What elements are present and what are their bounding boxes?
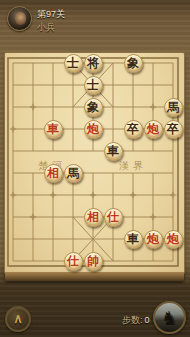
- piece-red-general[interactable]: 帥: [84, 252, 103, 271]
- steps-value: 0: [145, 315, 150, 325]
- steps-label: 步数:: [122, 315, 143, 325]
- chevron-up-icon: ∧: [13, 312, 23, 325]
- piece-black-advisor[interactable]: 士: [64, 54, 83, 73]
- step-counter: 步数:0: [122, 314, 150, 327]
- piece-black-horse[interactable]: 馬: [164, 98, 183, 117]
- piece-red-advisor[interactable]: 仕: [64, 252, 83, 271]
- piece-black-advisor[interactable]: 士: [84, 76, 103, 95]
- piece-black-soldier[interactable]: 卒: [124, 120, 143, 139]
- piece-black-soldier[interactable]: 卒: [164, 120, 183, 139]
- top-bar: 第97关 小兵: [0, 0, 190, 40]
- game-mode-button[interactable]: ♞: [153, 301, 186, 334]
- level-subtitle: 小兵: [37, 21, 55, 34]
- piece-red-elephant[interactable]: 相: [84, 208, 103, 227]
- board-edge: [5, 272, 184, 281]
- piece-red-cannon[interactable]: 炮: [84, 120, 103, 139]
- piece-red-cannon[interactable]: 炮: [144, 230, 163, 249]
- piece-black-chariot[interactable]: 車: [104, 142, 123, 161]
- piece-black-chariot[interactable]: 車: [124, 230, 143, 249]
- river-label-right: 漢界: [119, 159, 147, 173]
- piece-red-elephant[interactable]: 相: [44, 164, 63, 183]
- piece-black-elephant[interactable]: 象: [84, 98, 103, 117]
- avatar[interactable]: [7, 6, 32, 31]
- piece-red-chariot[interactable]: 車: [44, 120, 63, 139]
- expand-menu-button[interactable]: ∧: [5, 306, 31, 332]
- piece-red-advisor[interactable]: 仕: [104, 208, 123, 227]
- piece-red-cannon[interactable]: 炮: [164, 230, 183, 249]
- knight-icon: ♞: [161, 309, 178, 328]
- piece-black-elephant[interactable]: 象: [124, 54, 143, 73]
- app-screen: 第97关 小兵 楚河 漢界 士将象士象馬車炮卒炮卒車相馬相仕車炮炮仕帥 ∧ 步数…: [0, 0, 190, 337]
- piece-black-horse[interactable]: 馬: [64, 164, 83, 183]
- piece-black-general[interactable]: 将: [84, 54, 103, 73]
- piece-red-cannon[interactable]: 炮: [144, 120, 163, 139]
- avatar-face-icon: [15, 12, 26, 25]
- level-label: 第97关: [37, 8, 65, 21]
